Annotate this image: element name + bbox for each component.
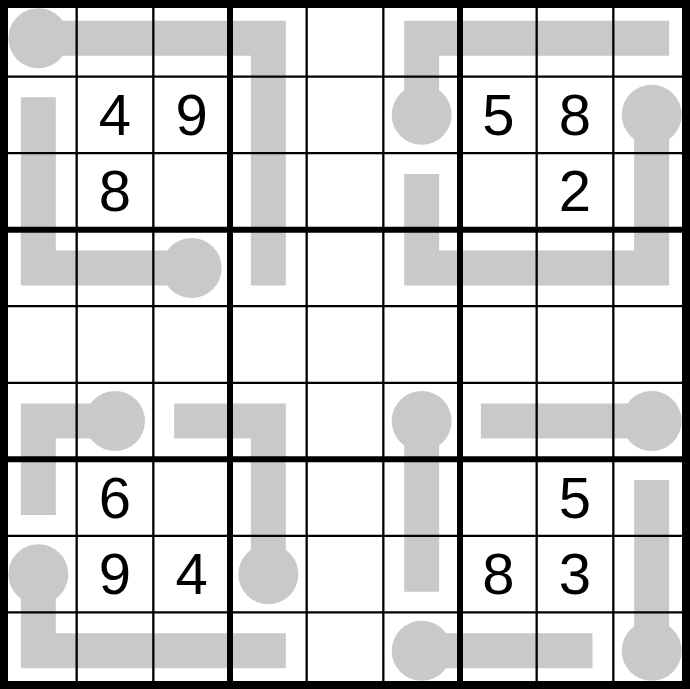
cell-r3c1[interactable] <box>0 153 77 230</box>
cell-r6c2[interactable] <box>77 383 154 460</box>
given-digit-r3c8[interactable]: 2 <box>537 153 614 230</box>
cell-r7c4[interactable] <box>230 459 307 536</box>
cell-r2c1[interactable] <box>0 77 77 154</box>
cell-r7c7[interactable] <box>460 459 537 536</box>
cell-r2c6[interactable] <box>383 77 460 154</box>
cell-r3c6[interactable] <box>383 153 460 230</box>
given-digit-r9c9[interactable] <box>613 612 690 689</box>
cell-r9c2[interactable] <box>77 612 154 689</box>
given-digit-r8c7[interactable]: 8 <box>460 536 537 613</box>
cell-r1c1[interactable] <box>0 0 77 77</box>
cell-r9c8[interactable] <box>537 612 614 689</box>
cell-r5c7[interactable] <box>460 306 537 383</box>
cell-grid: 495882659483 <box>0 0 690 689</box>
cell-r6c7[interactable] <box>460 383 537 460</box>
cell-r4c3[interactable] <box>153 230 230 307</box>
cell-r4c2[interactable] <box>77 230 154 307</box>
cell-r5c2[interactable] <box>77 306 154 383</box>
cell-r3c4[interactable] <box>230 153 307 230</box>
given-digit-r3c2[interactable]: 8 <box>77 153 154 230</box>
cell-r3c9[interactable] <box>613 153 690 230</box>
cell-r9c5[interactable] <box>307 612 384 689</box>
given-digit-r2c2[interactable]: 4 <box>77 77 154 154</box>
cell-r5c4[interactable] <box>230 306 307 383</box>
cell-r2c9[interactable] <box>613 77 690 154</box>
cell-r4c9[interactable] <box>613 230 690 307</box>
cell-r5c3[interactable] <box>153 306 230 383</box>
cell-r7c1[interactable] <box>0 459 77 536</box>
cell-r5c8[interactable] <box>537 306 614 383</box>
cell-r1c9[interactable] <box>613 0 690 77</box>
cell-r8c1[interactable] <box>0 536 77 613</box>
given-digit-r7c8[interactable]: 5 <box>537 459 614 536</box>
cell-r8c9[interactable] <box>613 536 690 613</box>
cell-r8c5[interactable] <box>307 536 384 613</box>
cell-r4c6[interactable] <box>383 230 460 307</box>
given-digit-r8c2[interactable]: 9 <box>77 536 154 613</box>
cell-r6c3[interactable] <box>153 383 230 460</box>
cell-r2c4[interactable] <box>230 77 307 154</box>
sudoku-board: 495882659483 <box>0 0 690 689</box>
cell-r1c3[interactable] <box>153 0 230 77</box>
given-digit-r8c3[interactable]: 4 <box>153 536 230 613</box>
cell-r1c2[interactable] <box>77 0 154 77</box>
cell-r7c9[interactable] <box>613 459 690 536</box>
cell-r1c4[interactable] <box>230 0 307 77</box>
cell-r6c4[interactable] <box>230 383 307 460</box>
cell-r4c5[interactable] <box>307 230 384 307</box>
cell-r9c7[interactable] <box>460 612 537 689</box>
cell-r8c4[interactable] <box>230 536 307 613</box>
cell-r1c7[interactable] <box>460 0 537 77</box>
cell-r4c1[interactable] <box>0 230 77 307</box>
cell-r6c6[interactable] <box>383 383 460 460</box>
cell-r7c3[interactable] <box>153 459 230 536</box>
cell-r4c7[interactable] <box>460 230 537 307</box>
cell-r3c7[interactable] <box>460 153 537 230</box>
cell-r2c5[interactable] <box>307 77 384 154</box>
given-digit-r7c2[interactable]: 6 <box>77 459 154 536</box>
cell-r6c5[interactable] <box>307 383 384 460</box>
cell-r1c8[interactable] <box>537 0 614 77</box>
cell-r3c3[interactable] <box>153 153 230 230</box>
cell-r9c1[interactable] <box>0 612 77 689</box>
given-digit-r2c8[interactable]: 8 <box>537 77 614 154</box>
given-digit-r8c8[interactable]: 3 <box>537 536 614 613</box>
cell-r4c4[interactable] <box>230 230 307 307</box>
cell-r5c1[interactable] <box>0 306 77 383</box>
cell-r7c5[interactable] <box>307 459 384 536</box>
given-digit-r2c7[interactable]: 5 <box>460 77 537 154</box>
cell-r5c5[interactable] <box>307 306 384 383</box>
cell-r7c6[interactable] <box>383 459 460 536</box>
given-digit-r2c3[interactable]: 9 <box>153 77 230 154</box>
cell-r6c9[interactable] <box>613 383 690 460</box>
cell-r3c5[interactable] <box>307 153 384 230</box>
cell-r1c6[interactable] <box>383 0 460 77</box>
cell-r6c8[interactable] <box>537 383 614 460</box>
cell-r4c8[interactable] <box>537 230 614 307</box>
cell-r9c4[interactable] <box>230 612 307 689</box>
cell-r1c5[interactable] <box>307 0 384 77</box>
cell-r9c6[interactable] <box>383 612 460 689</box>
cell-r5c6[interactable] <box>383 306 460 383</box>
cell-r5c9[interactable] <box>613 306 690 383</box>
cell-r9c3[interactable] <box>153 612 230 689</box>
cell-r6c1[interactable] <box>0 383 77 460</box>
cell-r8c6[interactable] <box>383 536 460 613</box>
